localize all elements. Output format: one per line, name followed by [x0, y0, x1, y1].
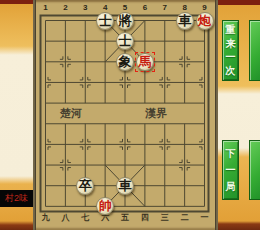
file-label-bottom: 九 — [39, 213, 53, 223]
xiangqi-board[interactable]: 123456789 九八七六五四三二一 楚河 漢界 士將車炮士象馬卒車帥 — [33, 0, 218, 230]
piece-red-cannon[interactable]: 炮 — [196, 12, 214, 30]
piece-black-advisor-a[interactable]: 士 — [96, 12, 114, 30]
file-label-bottom: 一 — [198, 213, 212, 223]
restart-button[interactable]: 重来一次 — [222, 20, 239, 81]
piece-black-pawn[interactable]: 卒 — [76, 177, 94, 195]
file-label-bottom: 五 — [118, 213, 132, 223]
piece-black-advisor-b[interactable]: 士 — [116, 32, 134, 50]
page-background-left: 村2味 — [0, 0, 33, 230]
file-label-top: 3 — [78, 3, 92, 13]
file-label-top: 6 — [138, 3, 152, 13]
cutoff-button-bottom[interactable] — [249, 140, 260, 200]
piece-red-horse[interactable]: 馬 — [136, 53, 154, 71]
file-label-top: 2 — [58, 3, 72, 13]
river-label-chu: 楚河 — [60, 107, 98, 120]
file-label-top: 7 — [158, 3, 172, 13]
piece-black-chariot-a[interactable]: 車 — [176, 12, 194, 30]
file-label-bottom: 四 — [138, 213, 152, 223]
file-label-bottom: 七 — [78, 213, 92, 223]
piece-black-elephant[interactable]: 象 — [116, 53, 134, 71]
file-label-top: 1 — [39, 3, 53, 13]
file-label-bottom: 二 — [178, 213, 192, 223]
file-label-bottom: 三 — [158, 213, 172, 223]
page-background-right: 重来一次 下一局 — [218, 0, 260, 230]
piece-black-general[interactable]: 將 — [116, 12, 134, 30]
next-game-button[interactable]: 下一局 — [222, 140, 239, 200]
xiangqi-game-screen: 村2味 123456789 九八七六五四三二一 楚河 漢界 士將車炮士象馬卒車帥… — [0, 0, 260, 230]
level-label: 村2味 — [0, 190, 33, 207]
file-label-bottom: 八 — [58, 213, 72, 223]
cutoff-button-top[interactable] — [249, 20, 260, 81]
piece-red-general[interactable]: 帥 — [96, 197, 114, 215]
river-label-han: 漢界 — [145, 107, 183, 120]
piece-black-chariot-b[interactable]: 車 — [116, 177, 134, 195]
